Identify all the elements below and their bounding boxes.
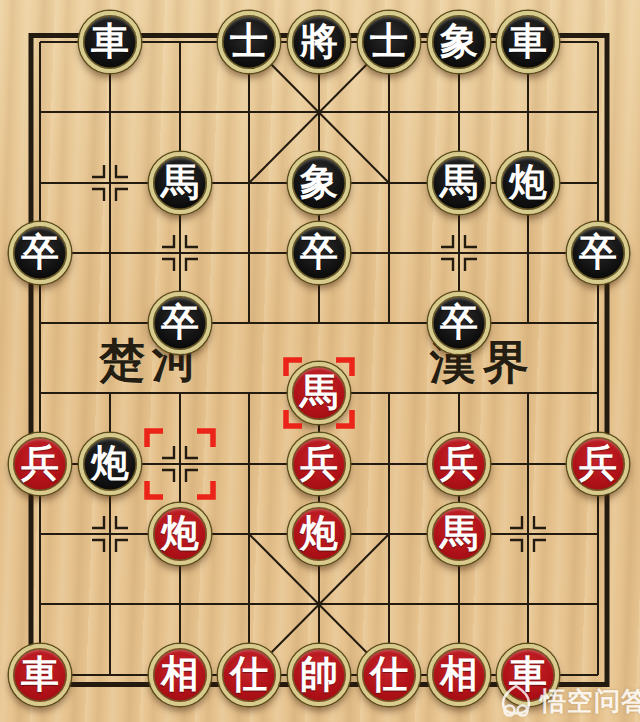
piece-red-general-e9[interactable]: 帥 bbox=[288, 644, 350, 706]
piece-glyph: 卒 bbox=[579, 233, 617, 273]
wukong-logo-icon bbox=[496, 684, 536, 718]
piece-glyph: 兵 bbox=[300, 444, 338, 484]
piece-black-chariot-b0[interactable]: 車 bbox=[79, 11, 141, 73]
piece-glyph: 象 bbox=[300, 163, 338, 203]
piece-black-soldier-a3[interactable]: 卒 bbox=[9, 222, 71, 284]
board-grid bbox=[0, 0, 640, 722]
piece-glyph: 兵 bbox=[440, 444, 478, 484]
piece-glyph: 兵 bbox=[21, 444, 59, 484]
piece-black-advisor-f0[interactable]: 士 bbox=[358, 11, 420, 73]
piece-black-advisor-d0[interactable]: 士 bbox=[218, 11, 280, 73]
piece-red-cannon-e7[interactable]: 炮 bbox=[288, 503, 350, 565]
piece-glyph: 將 bbox=[300, 22, 338, 62]
piece-red-horse-e5[interactable]: 馬 bbox=[288, 362, 350, 424]
piece-black-horse-c2[interactable]: 馬 bbox=[149, 152, 211, 214]
piece-black-general-e0[interactable]: 將 bbox=[288, 11, 350, 73]
piece-red-horse-g7[interactable]: 馬 bbox=[428, 503, 490, 565]
piece-glyph: 仕 bbox=[370, 655, 408, 695]
piece-glyph: 相 bbox=[440, 655, 478, 695]
piece-glyph: 卒 bbox=[21, 233, 59, 273]
piece-red-chariot-g9[interactable]: 相 bbox=[428, 644, 490, 706]
piece-black-soldier-c4[interactable]: 卒 bbox=[149, 292, 211, 354]
piece-glyph: 卒 bbox=[300, 233, 338, 273]
piece-red-soldier-i6[interactable]: 兵 bbox=[567, 433, 629, 495]
piece-glyph: 卒 bbox=[440, 303, 478, 343]
piece-glyph: 炮 bbox=[161, 514, 199, 554]
piece-glyph: 炮 bbox=[300, 514, 338, 554]
piece-black-soldier-e3[interactable]: 卒 bbox=[288, 222, 350, 284]
watermark-text: 悟空问答 bbox=[540, 684, 640, 719]
piece-red-elephant-c9[interactable]: 相 bbox=[149, 644, 211, 706]
piece-glyph: 卒 bbox=[161, 303, 199, 343]
piece-glyph: 車 bbox=[91, 22, 129, 62]
piece-glyph: 相 bbox=[161, 655, 199, 695]
piece-red-advisor-f9[interactable]: 仕 bbox=[358, 644, 420, 706]
piece-glyph: 兵 bbox=[579, 444, 617, 484]
piece-glyph: 車 bbox=[21, 655, 59, 695]
piece-glyph: 士 bbox=[370, 22, 408, 62]
piece-red-advisor-d9[interactable]: 仕 bbox=[218, 644, 280, 706]
piece-glyph: 炮 bbox=[509, 163, 547, 203]
piece-glyph: 馬 bbox=[300, 373, 338, 413]
piece-red-chariot-a9[interactable]: 車 bbox=[9, 644, 71, 706]
piece-red-soldier-e6[interactable]: 兵 bbox=[288, 433, 350, 495]
piece-black-cannon-b6[interactable]: 炮 bbox=[79, 433, 141, 495]
piece-glyph: 馬 bbox=[161, 163, 199, 203]
piece-black-elephant-g0[interactable]: 象 bbox=[428, 11, 490, 73]
last-move-markers bbox=[0, 0, 640, 722]
piece-glyph: 車 bbox=[509, 22, 547, 62]
piece-red-soldier-g6[interactable]: 兵 bbox=[428, 433, 490, 495]
piece-red-cannon-c7[interactable]: 炮 bbox=[149, 503, 211, 565]
piece-black-elephant-e2[interactable]: 象 bbox=[288, 152, 350, 214]
piece-black-soldier-g4[interactable]: 卒 bbox=[428, 292, 490, 354]
piece-black-cannon-h2[interactable]: 炮 bbox=[497, 152, 559, 214]
piece-glyph: 象 bbox=[440, 22, 478, 62]
watermark: 悟空问答 bbox=[496, 684, 640, 718]
piece-glyph: 帥 bbox=[300, 655, 338, 695]
piece-red-soldier-a6[interactable]: 兵 bbox=[9, 433, 71, 495]
piece-glyph: 馬 bbox=[440, 514, 478, 554]
piece-black-horse-g2[interactable]: 馬 bbox=[428, 152, 490, 214]
piece-black-soldier-i3[interactable]: 卒 bbox=[567, 222, 629, 284]
piece-black-chariot-h0[interactable]: 車 bbox=[497, 11, 559, 73]
piece-glyph: 仕 bbox=[230, 655, 268, 695]
piece-glyph: 士 bbox=[230, 22, 268, 62]
piece-glyph: 炮 bbox=[91, 444, 129, 484]
piece-glyph: 馬 bbox=[440, 163, 478, 203]
xiangqi-board[interactable]: 楚河 漢界 車士將士象車馬象馬炮卒卒卒卒卒炮馬兵兵兵兵炮炮馬車相仕帥仕相車 悟空… bbox=[0, 0, 640, 722]
